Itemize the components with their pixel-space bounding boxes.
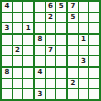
- given-digit: 3: [37, 91, 42, 98]
- given-digit: 2: [70, 80, 75, 87]
- cell-r8c2[interactable]: [13, 79, 23, 89]
- sudoku-box-6: 13: [68, 35, 99, 66]
- sudoku-box-2: 652: [35, 2, 66, 33]
- given-digit: 2: [15, 47, 20, 54]
- cell-r3c6[interactable]: [56, 23, 66, 33]
- cell-r5c8[interactable]: [79, 46, 89, 56]
- cell-r4c1[interactable]: [2, 35, 12, 45]
- cell-r6c6[interactable]: [56, 56, 66, 66]
- cell-r6c2[interactable]: [13, 56, 23, 66]
- cell-r7c9[interactable]: [89, 68, 99, 78]
- cell-r7c2[interactable]: [13, 68, 23, 78]
- cell-r1c6[interactable]: 5: [56, 2, 66, 12]
- cell-r7c7[interactable]: [68, 68, 78, 78]
- cell-r1c5[interactable]: 6: [46, 2, 56, 12]
- cell-r3c7[interactable]: [68, 23, 78, 33]
- cell-r1c7[interactable]: 7: [68, 2, 78, 12]
- cell-r9c4[interactable]: 3: [35, 89, 45, 99]
- cell-r8c1[interactable]: [2, 79, 12, 89]
- cell-r4c2[interactable]: [13, 35, 23, 45]
- given-digit: 1: [81, 36, 86, 43]
- cell-r6c5[interactable]: [46, 56, 56, 66]
- cell-r4c5[interactable]: [46, 35, 56, 45]
- cell-r4c4[interactable]: 8: [35, 35, 45, 45]
- cell-r2c7[interactable]: 5: [68, 13, 78, 23]
- sudoku-box-7: 8: [2, 68, 33, 99]
- given-digit: 5: [70, 14, 75, 21]
- cell-r2c6[interactable]: [56, 13, 66, 23]
- cell-r2c4[interactable]: [35, 13, 45, 23]
- given-digit: 8: [37, 36, 42, 43]
- cell-r1c3[interactable]: [23, 2, 33, 12]
- sudoku-box-9: 2: [68, 68, 99, 99]
- sudoku-box-5: 87: [35, 35, 66, 66]
- cell-r2c9[interactable]: [89, 13, 99, 23]
- cell-r8c9[interactable]: [89, 79, 99, 89]
- cell-r3c8[interactable]: [79, 23, 89, 33]
- cell-r8c6[interactable]: [56, 79, 66, 89]
- cell-r9c3[interactable]: [23, 89, 33, 99]
- cell-r8c4[interactable]: [35, 79, 45, 89]
- cell-r3c9[interactable]: [89, 23, 99, 33]
- given-digit: 3: [81, 58, 86, 65]
- cell-r2c1[interactable]: [2, 13, 12, 23]
- cell-r4c8[interactable]: 1: [79, 35, 89, 45]
- cell-r8c3[interactable]: [23, 79, 33, 89]
- cell-r1c8[interactable]: [79, 2, 89, 12]
- cell-r6c1[interactable]: [2, 56, 12, 66]
- cell-r2c8[interactable]: [79, 13, 89, 23]
- cell-r7c4[interactable]: 4: [35, 68, 45, 78]
- sudoku-box-3: 75: [68, 2, 99, 33]
- cell-r9c8[interactable]: [79, 89, 89, 99]
- cell-r7c5[interactable]: [46, 68, 56, 78]
- cell-r7c3[interactable]: [23, 68, 33, 78]
- given-digit: 6: [48, 3, 53, 10]
- sudoku-board: 43165275287138432: [0, 0, 101, 101]
- cell-r9c5[interactable]: [46, 89, 56, 99]
- cell-r6c9[interactable]: [89, 56, 99, 66]
- cell-r5c9[interactable]: [89, 46, 99, 56]
- given-digit: 4: [4, 3, 9, 10]
- cell-r1c1[interactable]: 4: [2, 2, 12, 12]
- cell-r6c7[interactable]: [68, 56, 78, 66]
- cell-r2c2[interactable]: [13, 13, 23, 23]
- cell-r1c9[interactable]: [89, 2, 99, 12]
- cell-r7c6[interactable]: [56, 68, 66, 78]
- cell-r8c5[interactable]: [46, 79, 56, 89]
- cell-r1c4[interactable]: [35, 2, 45, 12]
- cell-r6c4[interactable]: [35, 56, 45, 66]
- cell-r4c9[interactable]: [89, 35, 99, 45]
- cell-r5c3[interactable]: [23, 46, 33, 56]
- cell-r4c7[interactable]: [68, 35, 78, 45]
- given-digit: 1: [26, 25, 31, 32]
- given-digit: 2: [48, 14, 53, 21]
- cell-r1c2[interactable]: [13, 2, 23, 12]
- cell-r5c1[interactable]: [2, 46, 12, 56]
- cell-r9c6[interactable]: [56, 89, 66, 99]
- sudoku-box-1: 431: [2, 2, 33, 33]
- cell-r4c6[interactable]: [56, 35, 66, 45]
- cell-r9c7[interactable]: [68, 89, 78, 99]
- sudoku-box-4: 2: [2, 35, 33, 66]
- cell-r3c5[interactable]: [46, 23, 56, 33]
- cell-r2c5[interactable]: 2: [46, 13, 56, 23]
- cell-r9c2[interactable]: [13, 89, 23, 99]
- given-digit: 4: [37, 69, 42, 76]
- cell-r2c3[interactable]: [23, 13, 33, 23]
- cell-r9c9[interactable]: [89, 89, 99, 99]
- cell-r5c5[interactable]: 7: [46, 46, 56, 56]
- cell-r3c1[interactable]: 3: [2, 23, 12, 33]
- given-digit: 7: [48, 47, 53, 54]
- cell-r3c2[interactable]: [13, 23, 23, 33]
- cell-r9c1[interactable]: [2, 89, 12, 99]
- cell-r5c6[interactable]: [56, 46, 66, 56]
- cell-r5c2[interactable]: 2: [13, 46, 23, 56]
- cell-r7c1[interactable]: 8: [2, 68, 12, 78]
- given-digit: 8: [4, 69, 9, 76]
- given-digit: 3: [4, 25, 9, 32]
- cell-r8c8[interactable]: [79, 79, 89, 89]
- cell-r6c8[interactable]: 3: [79, 56, 89, 66]
- cell-r5c7[interactable]: [68, 46, 78, 56]
- given-digit: 7: [70, 3, 75, 10]
- sudoku-box-8: 43: [35, 68, 66, 99]
- given-digit: 5: [59, 3, 64, 10]
- cell-r4c3[interactable]: [23, 35, 33, 45]
- cell-r5c4[interactable]: [35, 46, 45, 56]
- cell-r6c3[interactable]: [23, 56, 33, 66]
- cell-r8c7[interactable]: 2: [68, 79, 78, 89]
- cell-r7c8[interactable]: [79, 68, 89, 78]
- cell-r3c4[interactable]: [35, 23, 45, 33]
- cell-r3c3[interactable]: 1: [23, 23, 33, 33]
